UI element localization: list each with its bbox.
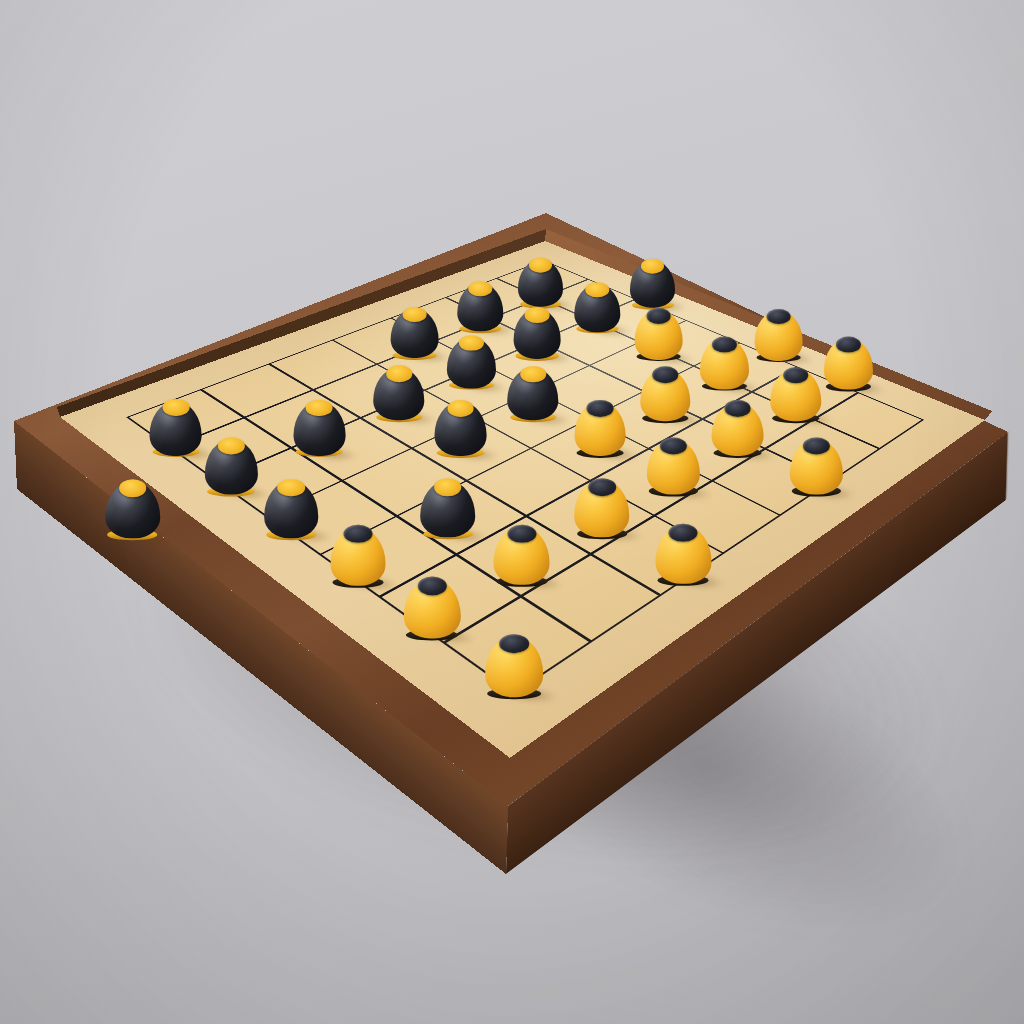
piece-cap	[803, 437, 830, 454]
piece-cap	[766, 309, 790, 325]
yellow-piece[interactable]	[711, 402, 764, 458]
black-piece[interactable]	[513, 309, 562, 361]
yellow-piece[interactable]	[403, 578, 461, 640]
black-piece[interactable]	[456, 283, 503, 333]
piece-cap	[278, 479, 306, 497]
yellow-piece[interactable]	[646, 439, 700, 496]
yellow-piece[interactable]	[484, 636, 544, 699]
piece-cap	[724, 400, 750, 417]
piece-cap	[712, 336, 737, 352]
yellow-piece[interactable]	[574, 480, 630, 539]
yellow-piece[interactable]	[770, 369, 822, 424]
piece-cap	[417, 577, 446, 596]
yellow-piece[interactable]	[493, 526, 550, 586]
piece-cap	[447, 400, 473, 417]
black-piece[interactable]	[518, 259, 564, 308]
piece-cap	[386, 366, 412, 382]
black-piece[interactable]	[507, 368, 559, 423]
piece-cap	[306, 400, 332, 417]
piece-cap	[529, 258, 552, 273]
black-piece[interactable]	[373, 367, 425, 422]
piece-cap	[499, 634, 529, 653]
scene	[0, 0, 1024, 1024]
piece-cap	[586, 282, 610, 297]
black-piece[interactable]	[105, 481, 161, 540]
yellow-piece[interactable]	[634, 310, 683, 362]
black-piece[interactable]	[293, 401, 346, 457]
yellow-piece[interactable]	[754, 310, 803, 362]
yellow-piece[interactable]	[699, 338, 749, 391]
piece-cap	[641, 259, 664, 274]
piece-cap	[783, 367, 809, 383]
black-piece[interactable]	[574, 284, 621, 334]
piece-cap	[459, 335, 484, 351]
black-piece[interactable]	[264, 481, 320, 540]
piece-cap	[588, 478, 616, 496]
piece-cap	[646, 308, 670, 324]
black-piece[interactable]	[630, 260, 676, 309]
black-piece[interactable]	[204, 439, 258, 496]
yellow-piece[interactable]	[574, 402, 627, 458]
piece-cap	[669, 524, 697, 542]
piece-cap	[652, 367, 678, 383]
piece-cap	[836, 337, 861, 353]
piece-cap	[525, 307, 549, 323]
piece-cap	[434, 479, 462, 497]
piece-cap	[119, 479, 147, 497]
piece-cap	[520, 366, 546, 382]
piece-cap	[344, 525, 372, 543]
black-piece[interactable]	[150, 401, 203, 457]
piece-cap	[468, 281, 492, 296]
piece-cap	[163, 399, 189, 416]
piece-cap	[402, 307, 426, 323]
piece-cap	[217, 437, 244, 454]
yellow-piece[interactable]	[330, 527, 387, 587]
piece-cap	[508, 524, 536, 542]
piece-cap	[660, 437, 687, 454]
yellow-piece[interactable]	[655, 525, 712, 585]
black-piece[interactable]	[390, 308, 439, 360]
black-piece[interactable]	[434, 401, 487, 457]
black-piece[interactable]	[420, 480, 476, 539]
yellow-piece[interactable]	[789, 439, 843, 496]
yellow-piece[interactable]	[639, 368, 691, 423]
piece-cap	[587, 400, 613, 417]
black-piece[interactable]	[446, 337, 496, 390]
yellow-piece[interactable]	[824, 339, 874, 392]
